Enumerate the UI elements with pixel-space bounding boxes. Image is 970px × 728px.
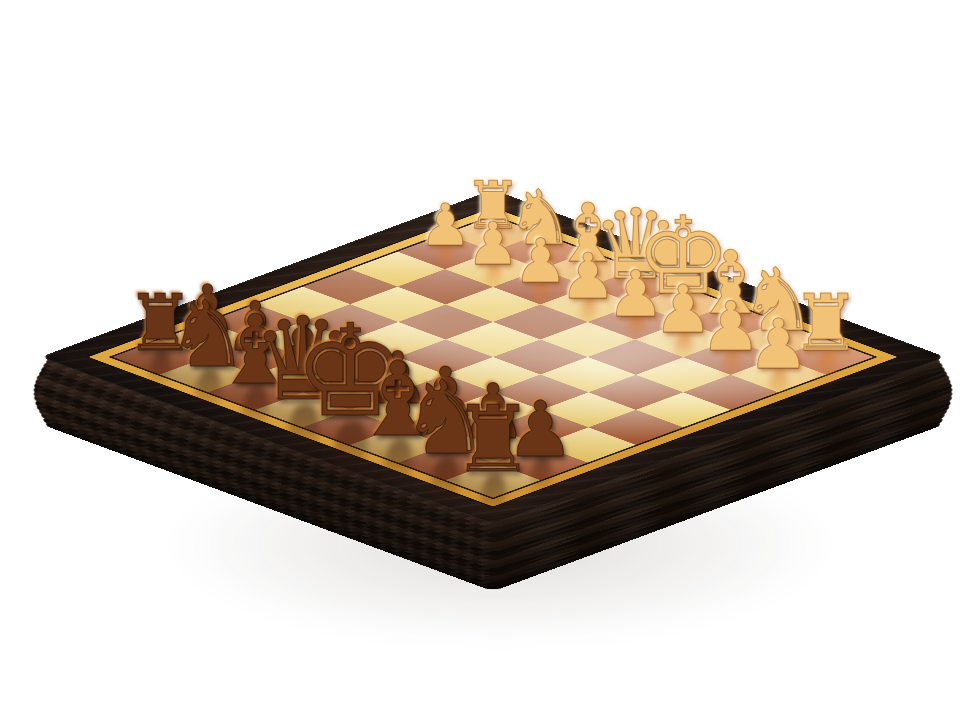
piece-wP[interactable]: ♟ (419, 197, 471, 255)
piece-bR[interactable]: ♜ (452, 394, 534, 486)
piece-wP[interactable]: ♟ (467, 214, 520, 273)
pieces-layer: ♜♞♝♛♚♝♞♜♟♟♟♟♟♟♟♟♟♟♟♟♟♟♟♟♜♞♝♛♚♝♞♜ (0, 0, 970, 728)
product-photo: ♜♞♝♛♚♝♞♜♟♟♟♟♟♟♟♟♟♟♟♟♟♟♟♟♜♞♝♛♚♝♞♜ Glossy … (0, 0, 970, 728)
piece-wP[interactable]: ♟ (747, 310, 809, 379)
